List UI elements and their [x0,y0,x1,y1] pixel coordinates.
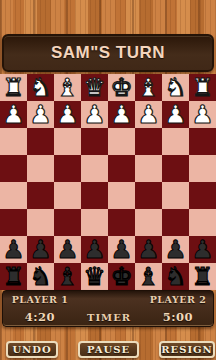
square-a1[interactable]: ♜ [0,263,27,290]
square-e3[interactable] [108,209,135,236]
black-pawn-piece[interactable]: ♟ [54,236,81,263]
square-a2[interactable]: ♟ [0,236,27,263]
square-f7[interactable]: ♟ [135,101,162,128]
square-f8[interactable]: ♝ [135,74,162,101]
player2-clock-wrap: 5:00 [141,310,215,324]
square-f3[interactable] [135,209,162,236]
white-bishop-piece[interactable]: ♝ [54,74,81,101]
square-c1[interactable]: ♝ [54,263,81,290]
timer-label: TIMER [87,312,131,323]
square-b4[interactable] [27,182,54,209]
square-e2[interactable]: ♟ [108,236,135,263]
square-h6[interactable] [189,128,216,155]
square-h2[interactable]: ♟ [189,236,216,263]
player1-clock-wrap: 4:20 [3,310,77,324]
black-bishop-piece[interactable]: ♝ [135,263,162,290]
square-a6[interactable] [0,128,27,155]
black-pawn-piece[interactable]: ♟ [108,236,135,263]
player2-clock: 5:00 [163,310,193,324]
white-rook-piece[interactable]: ♜ [189,74,216,101]
square-b7[interactable]: ♟ [27,101,54,128]
square-g1[interactable]: ♞ [162,263,189,290]
player2-label-wrap: PLAYER 2 [141,294,215,305]
white-knight-piece[interactable]: ♞ [162,74,189,101]
square-d1[interactable]: ♛ [81,263,108,290]
black-knight-piece[interactable]: ♞ [27,263,54,290]
square-d8[interactable]: ♛ [81,74,108,101]
square-a7[interactable]: ♟ [0,101,27,128]
square-e1[interactable]: ♚ [108,263,135,290]
square-b3[interactable] [27,209,54,236]
square-c4[interactable] [54,182,81,209]
square-g8[interactable]: ♞ [162,74,189,101]
square-b5[interactable] [27,155,54,182]
square-f4[interactable] [135,182,162,209]
square-h7[interactable]: ♟ [189,101,216,128]
square-d3[interactable] [81,209,108,236]
black-rook-piece[interactable]: ♜ [0,263,27,290]
timer-label-wrap: TIMER [77,312,141,323]
square-e4[interactable] [108,182,135,209]
black-rook-piece[interactable]: ♜ [189,263,216,290]
square-c6[interactable] [54,128,81,155]
white-pawn-piece[interactable]: ♟ [189,101,216,128]
black-pawn-piece[interactable]: ♟ [0,236,27,263]
square-f5[interactable] [135,155,162,182]
player1-label-wrap: PLAYER 1 [3,294,77,305]
square-g5[interactable] [162,155,189,182]
square-g7[interactable]: ♟ [162,101,189,128]
square-f1[interactable]: ♝ [135,263,162,290]
white-king-piece[interactable]: ♚ [108,74,135,101]
player2-label: PLAYER 2 [150,294,207,305]
square-b2[interactable]: ♟ [27,236,54,263]
pause-button[interactable]: PAUSE [78,341,139,358]
white-knight-piece[interactable]: ♞ [27,74,54,101]
square-d6[interactable] [81,128,108,155]
turn-banner: SAM"S TURN [2,34,214,72]
white-pawn-piece[interactable]: ♟ [54,101,81,128]
square-h5[interactable] [189,155,216,182]
white-rook-piece[interactable]: ♜ [0,74,27,101]
square-d2[interactable]: ♟ [81,236,108,263]
player1-label: PLAYER 1 [12,294,69,305]
square-h8[interactable]: ♜ [189,74,216,101]
square-c8[interactable]: ♝ [54,74,81,101]
square-c2[interactable]: ♟ [54,236,81,263]
square-a3[interactable] [0,209,27,236]
white-queen-piece[interactable]: ♛ [81,74,108,101]
black-pawn-piece[interactable]: ♟ [81,236,108,263]
square-b6[interactable] [27,128,54,155]
square-b8[interactable]: ♞ [27,74,54,101]
square-a4[interactable] [0,182,27,209]
turn-banner-text: SAM"S TURN [51,43,165,63]
square-a8[interactable]: ♜ [0,74,27,101]
square-g3[interactable] [162,209,189,236]
square-a5[interactable] [0,155,27,182]
white-pawn-piece[interactable]: ♟ [162,101,189,128]
player1-clock: 4:20 [25,310,55,324]
square-b1[interactable]: ♞ [27,263,54,290]
square-e7[interactable]: ♟ [108,101,135,128]
square-d7[interactable]: ♟ [81,101,108,128]
square-c7[interactable]: ♟ [54,101,81,128]
resign-button[interactable]: RESIGN [159,341,215,358]
square-f6[interactable] [135,128,162,155]
white-pawn-piece[interactable]: ♟ [27,101,54,128]
square-f2[interactable]: ♟ [135,236,162,263]
square-e5[interactable] [108,155,135,182]
square-d4[interactable] [81,182,108,209]
white-pawn-piece[interactable]: ♟ [108,101,135,128]
square-e6[interactable] [108,128,135,155]
square-d5[interactable] [81,155,108,182]
timer-panel: PLAYER 1 PLAYER 2 4:20 TIMER 5:00 [2,290,214,327]
white-pawn-piece[interactable]: ♟ [81,101,108,128]
white-pawn-piece[interactable]: ♟ [135,101,162,128]
black-pawn-piece[interactable]: ♟ [189,236,216,263]
black-bishop-piece[interactable]: ♝ [54,263,81,290]
black-pawn-piece[interactable]: ♟ [27,236,54,263]
white-pawn-piece[interactable]: ♟ [0,101,27,128]
square-g2[interactable]: ♟ [162,236,189,263]
square-c5[interactable] [54,155,81,182]
chess-board[interactable]: ♜♞♝♛♚♝♞♜♟♟♟♟♟♟♟♟♟♟♟♟♟♟♟♟♜♞♝♛♚♝♞♜ [0,74,216,290]
undo-button[interactable]: UNDO [6,341,58,358]
white-bishop-piece[interactable]: ♝ [135,74,162,101]
black-king-piece[interactable]: ♚ [108,263,135,290]
black-pawn-piece[interactable]: ♟ [135,236,162,263]
square-h4[interactable] [189,182,216,209]
square-g4[interactable] [162,182,189,209]
square-e8[interactable]: ♚ [108,74,135,101]
black-queen-piece[interactable]: ♛ [81,263,108,290]
black-knight-piece[interactable]: ♞ [162,263,189,290]
square-h1[interactable]: ♜ [189,263,216,290]
square-h3[interactable] [189,209,216,236]
chess-app-screen: SAM"S TURN ♜♞♝♛♚♝♞♜♟♟♟♟♟♟♟♟♟♟♟♟♟♟♟♟♜♞♝♛♚… [0,0,216,360]
square-g6[interactable] [162,128,189,155]
black-pawn-piece[interactable]: ♟ [162,236,189,263]
square-c3[interactable] [54,209,81,236]
